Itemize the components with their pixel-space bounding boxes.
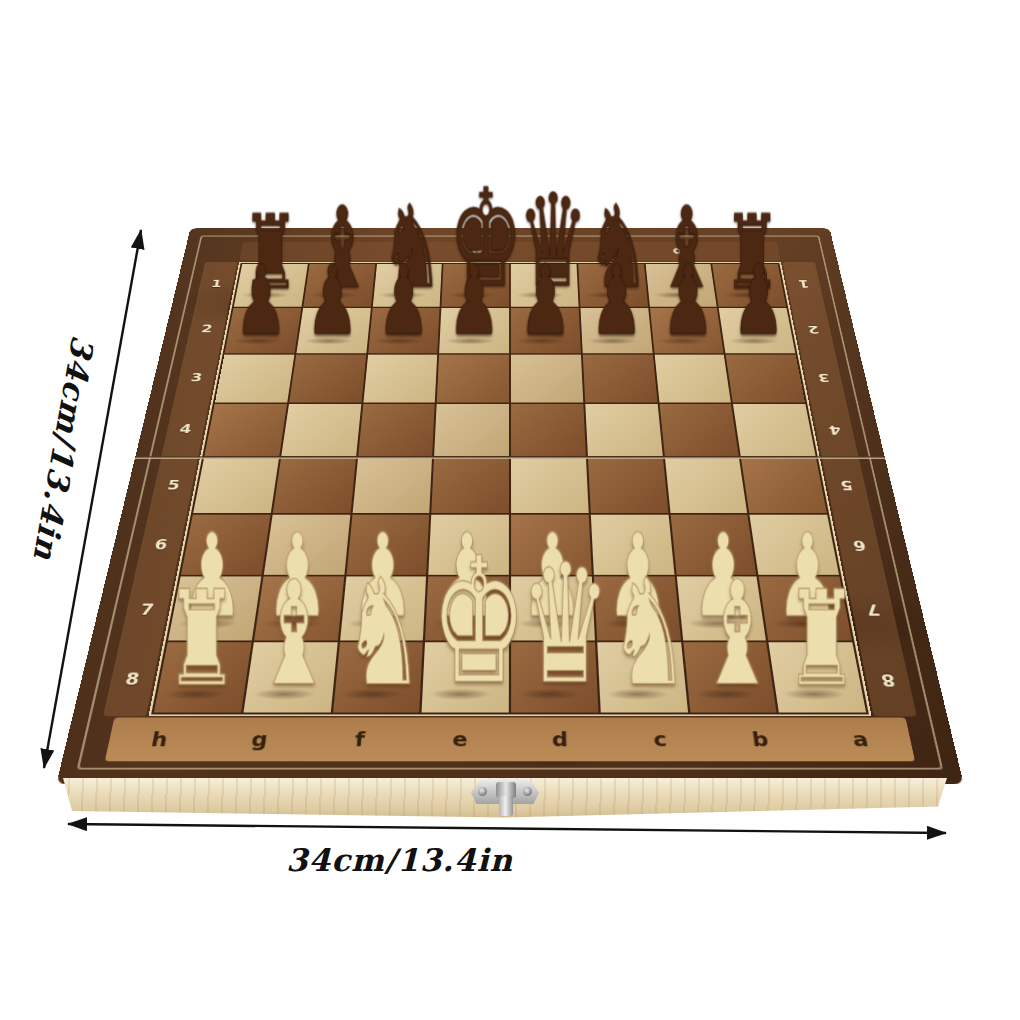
square-e8: ♚ bbox=[422, 642, 509, 712]
square-c5 bbox=[588, 457, 668, 513]
square-c2: ♟ bbox=[580, 308, 652, 353]
file-label-b: b bbox=[644, 246, 713, 257]
file-label-e: e bbox=[443, 246, 510, 257]
file-label-h: h bbox=[240, 246, 309, 257]
clasp-latch bbox=[469, 777, 543, 819]
piece-dark-pawn-c2: ♟ bbox=[589, 260, 644, 342]
file-label-d: d bbox=[510, 246, 577, 257]
square-g8: ♝ bbox=[243, 642, 337, 712]
rank-label-8: 8 bbox=[118, 644, 147, 717]
rank-label-5: 5 bbox=[834, 457, 858, 515]
piece-light-bishop-b8: ♝ bbox=[697, 574, 766, 696]
square-g2: ♟ bbox=[296, 308, 370, 353]
piece-light-rook-h8: ♜ bbox=[165, 584, 234, 696]
chessboard: hgfedcba 12345678 12345678 hgfedcba ♜♝♞♚… bbox=[56, 228, 964, 784]
piece-light-queen-d8: ♛ bbox=[520, 556, 589, 696]
square-a4 bbox=[733, 404, 815, 456]
file-label-g: g bbox=[308, 246, 377, 257]
piece-dark-pawn-d2: ♟ bbox=[518, 260, 573, 342]
rank-label-3: 3 bbox=[813, 353, 835, 403]
piece-light-rook-a8: ♜ bbox=[786, 584, 855, 696]
piece-dark-pawn-h2: ♟ bbox=[233, 260, 288, 342]
square-f5 bbox=[352, 457, 432, 513]
product-photo: 34cm/13.4in 34cm/13.4in hgfedcba 1234567… bbox=[0, 0, 1020, 1020]
square-d5 bbox=[511, 457, 588, 513]
square-d2: ♟ bbox=[511, 308, 581, 353]
rank-label-7: 7 bbox=[859, 576, 886, 643]
rank-label-3: 3 bbox=[186, 353, 208, 403]
board-scene: hgfedcba 12345678 12345678 hgfedcba ♜♝♞♚… bbox=[135, 83, 885, 833]
board-fold-seam bbox=[135, 456, 886, 459]
board-grid: ♜♝♞♚♛♞♝♜♟♟♟♟♟♟♟♟♟♟♟♟♟♟♟♟♜♝♞♚♛♞♝♜ bbox=[148, 262, 871, 717]
square-a8: ♜ bbox=[769, 642, 866, 712]
rank-label-4: 4 bbox=[174, 403, 197, 457]
square-g5 bbox=[273, 457, 356, 513]
square-d4 bbox=[511, 404, 586, 456]
rank-label-1: 1 bbox=[794, 262, 814, 306]
piece-dark-pawn-g2: ♟ bbox=[305, 260, 360, 342]
square-h2: ♟ bbox=[225, 308, 301, 353]
piece-dark-pawn-b2: ♟ bbox=[660, 260, 715, 342]
rank-label-7: 7 bbox=[133, 576, 160, 643]
clasp-tab bbox=[499, 796, 513, 816]
square-e2: ♟ bbox=[439, 308, 509, 353]
square-b5 bbox=[664, 457, 747, 513]
file-label-c: c bbox=[577, 246, 645, 257]
piece-dark-pawn-e2: ♟ bbox=[447, 260, 502, 342]
rank-label-2: 2 bbox=[196, 306, 217, 353]
square-a5 bbox=[741, 457, 827, 513]
square-e4 bbox=[434, 404, 509, 456]
piece-light-knight-f8: ♞ bbox=[343, 571, 412, 696]
clasp-screw-left bbox=[478, 787, 487, 796]
width-dimension-label: 34cm/13.4in bbox=[286, 842, 513, 878]
square-c4 bbox=[585, 404, 662, 456]
square-e5 bbox=[432, 457, 509, 513]
square-f8: ♞ bbox=[333, 642, 424, 712]
piece-dark-pawn-f2: ♟ bbox=[376, 260, 431, 342]
square-b2: ♟ bbox=[650, 308, 724, 353]
piece-dark-pawn-a2: ♟ bbox=[731, 260, 786, 342]
square-g4 bbox=[281, 404, 361, 456]
rank-label-2: 2 bbox=[803, 306, 824, 353]
clasp-screw-right bbox=[523, 787, 532, 796]
square-h8: ♜ bbox=[154, 642, 251, 712]
piece-light-king-e8: ♚ bbox=[431, 548, 500, 696]
square-h5 bbox=[193, 457, 279, 513]
rank-label-8: 8 bbox=[873, 644, 902, 717]
file-labels-bottom: hgfedcba bbox=[105, 717, 915, 761]
square-f2: ♟ bbox=[368, 308, 440, 353]
square-b8: ♝ bbox=[683, 642, 777, 712]
piece-light-bishop-g8: ♝ bbox=[254, 574, 323, 696]
square-f4 bbox=[358, 404, 435, 456]
file-label-a: a bbox=[711, 246, 780, 257]
rank-label-4: 4 bbox=[823, 403, 846, 457]
rank-label-1: 1 bbox=[207, 262, 227, 306]
square-a2: ♟ bbox=[719, 308, 795, 353]
square-h4 bbox=[204, 404, 286, 456]
square-b4 bbox=[659, 404, 739, 456]
piece-light-knight-c8: ♞ bbox=[608, 571, 677, 696]
file-label-f: f bbox=[375, 246, 443, 257]
height-dimension-label: 34cm/13.4in bbox=[26, 340, 102, 556]
rank-label-5: 5 bbox=[161, 457, 185, 515]
